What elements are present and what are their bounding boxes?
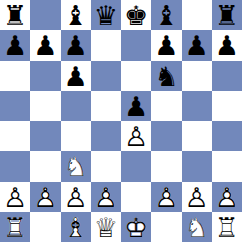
- square-d3[interactable]: [91, 151, 121, 181]
- black-piece-glyph: ♟: [61, 30, 91, 60]
- square-g6[interactable]: [182, 61, 212, 91]
- square-g2[interactable]: ♟♙: [182, 182, 212, 212]
- piece-black-king-icon[interactable]: ♚: [121, 0, 151, 30]
- square-b4[interactable]: [30, 121, 60, 151]
- piece-white-rook-icon[interactable]: ♜♖: [212, 212, 242, 242]
- square-d7[interactable]: [91, 30, 121, 60]
- black-piece-glyph: ♚: [121, 0, 151, 30]
- piece-black-bishop-icon[interactable]: ♝: [151, 0, 181, 30]
- white-piece-outline: ♙: [91, 182, 121, 212]
- white-piece-outline: ♙: [182, 182, 212, 212]
- piece-black-pawn-icon[interactable]: ♟: [30, 30, 60, 60]
- piece-white-pawn-icon[interactable]: ♟♙: [182, 182, 212, 212]
- square-g7[interactable]: ♟: [182, 30, 212, 60]
- square-a3[interactable]: [0, 151, 30, 181]
- square-c7[interactable]: ♟: [61, 30, 91, 60]
- white-piece-outline: ♙: [151, 182, 181, 212]
- square-f7[interactable]: ♟: [151, 30, 181, 60]
- piece-black-pawn-icon[interactable]: ♟: [121, 91, 151, 121]
- white-piece-outline: ♘: [182, 212, 212, 242]
- square-a4[interactable]: [0, 121, 30, 151]
- square-b1[interactable]: [30, 212, 60, 242]
- black-piece-glyph: ♜: [212, 0, 242, 30]
- square-f4[interactable]: [151, 121, 181, 151]
- square-d1[interactable]: ♛♕: [91, 212, 121, 242]
- square-d6[interactable]: [91, 61, 121, 91]
- square-c5[interactable]: [61, 91, 91, 121]
- square-a5[interactable]: [0, 91, 30, 121]
- square-a2[interactable]: ♟♙: [0, 182, 30, 212]
- white-piece-outline: ♗: [61, 212, 91, 242]
- square-a8[interactable]: ♜: [0, 0, 30, 30]
- piece-black-rook-icon[interactable]: ♜: [0, 0, 30, 30]
- white-piece-outline: ♔: [121, 212, 151, 242]
- piece-white-knight-icon[interactable]: ♞♘: [182, 212, 212, 242]
- white-piece-outline: ♕: [91, 212, 121, 242]
- square-c1[interactable]: ♝♗: [61, 212, 91, 242]
- piece-white-pawn-icon[interactable]: ♟♙: [30, 182, 60, 212]
- black-piece-glyph: ♟: [151, 30, 181, 60]
- square-c6[interactable]: ♟: [61, 61, 91, 91]
- piece-white-pawn-icon[interactable]: ♟♙: [91, 182, 121, 212]
- piece-black-knight-icon[interactable]: ♞: [151, 61, 181, 91]
- square-f8[interactable]: ♝: [151, 0, 181, 30]
- white-piece-outline: ♙: [0, 182, 30, 212]
- square-g3[interactable]: [182, 151, 212, 181]
- square-h5[interactable]: [212, 91, 242, 121]
- piece-white-pawn-icon[interactable]: ♟♙: [121, 121, 151, 151]
- square-d8[interactable]: ♛: [91, 0, 121, 30]
- white-piece-outline: ♖: [212, 212, 242, 242]
- square-f5[interactable]: [151, 91, 181, 121]
- piece-white-pawn-icon[interactable]: ♟♙: [61, 182, 91, 212]
- square-d4[interactable]: [91, 121, 121, 151]
- square-g1[interactable]: ♞♘: [182, 212, 212, 242]
- black-piece-glyph: ♝: [61, 0, 91, 30]
- black-piece-glyph: ♞: [151, 61, 181, 91]
- square-a1[interactable]: ♜♖: [0, 212, 30, 242]
- white-piece-outline: ♙: [61, 182, 91, 212]
- square-b5[interactable]: [30, 91, 60, 121]
- square-e6[interactable]: [121, 61, 151, 91]
- black-piece-glyph: ♟: [61, 61, 91, 91]
- piece-white-king-icon[interactable]: ♚♔: [121, 212, 151, 242]
- square-f6[interactable]: ♞: [151, 61, 181, 91]
- piece-white-pawn-icon[interactable]: ♟♙: [0, 182, 30, 212]
- square-d2[interactable]: ♟♙: [91, 182, 121, 212]
- square-g8[interactable]: [182, 0, 212, 30]
- piece-white-queen-icon[interactable]: ♛♕: [91, 212, 121, 242]
- square-h6[interactable]: [212, 61, 242, 91]
- black-piece-glyph: ♟: [212, 30, 242, 60]
- black-piece-glyph: ♟: [121, 91, 151, 121]
- square-a6[interactable]: [0, 61, 30, 91]
- piece-black-pawn-icon[interactable]: ♟: [151, 30, 181, 60]
- square-e7[interactable]: [121, 30, 151, 60]
- black-piece-glyph: ♟: [182, 30, 212, 60]
- square-e4[interactable]: ♟♙: [121, 121, 151, 151]
- square-e2[interactable]: [121, 182, 151, 212]
- black-piece-glyph: ♟: [30, 30, 60, 60]
- black-piece-glyph: ♝: [151, 0, 181, 30]
- square-e5[interactable]: ♟: [121, 91, 151, 121]
- square-h2[interactable]: ♟♙: [212, 182, 242, 212]
- black-piece-glyph: ♜: [0, 0, 30, 30]
- piece-black-pawn-icon[interactable]: ♟: [0, 30, 30, 60]
- square-g4[interactable]: [182, 121, 212, 151]
- square-f3[interactable]: [151, 151, 181, 181]
- square-c8[interactable]: ♝: [61, 0, 91, 30]
- piece-black-queen-icon[interactable]: ♛: [91, 0, 121, 30]
- square-b6[interactable]: [30, 61, 60, 91]
- piece-black-pawn-icon[interactable]: ♟: [61, 30, 91, 60]
- piece-white-rook-icon[interactable]: ♜♖: [0, 212, 30, 242]
- black-piece-glyph: ♟: [0, 30, 30, 60]
- piece-white-pawn-icon[interactable]: ♟♙: [151, 182, 181, 212]
- piece-black-rook-icon[interactable]: ♜: [212, 0, 242, 30]
- white-piece-outline: ♙: [30, 182, 60, 212]
- piece-white-knight-icon[interactable]: ♞♘: [61, 151, 91, 181]
- chess-board: ♜♝♛♚♝♜♟♟♟♟♟♟♟♞♟♟♙♞♘♟♙♟♙♟♙♟♙♟♙♟♙♟♙♜♖♝♗♛♕♚…: [0, 0, 242, 242]
- square-e1[interactable]: ♚♔: [121, 212, 151, 242]
- piece-black-pawn-icon[interactable]: ♟: [182, 30, 212, 60]
- piece-black-pawn-icon[interactable]: ♟: [61, 61, 91, 91]
- square-c4[interactable]: [61, 121, 91, 151]
- piece-white-bishop-icon[interactable]: ♝♗: [61, 212, 91, 242]
- square-h4[interactable]: [212, 121, 242, 151]
- square-d5[interactable]: [91, 91, 121, 121]
- piece-black-bishop-icon[interactable]: ♝: [61, 0, 91, 30]
- square-h7[interactable]: ♟: [212, 30, 242, 60]
- square-c2[interactable]: ♟♙: [61, 182, 91, 212]
- square-h3[interactable]: [212, 151, 242, 181]
- square-a7[interactable]: ♟: [0, 30, 30, 60]
- square-h8[interactable]: ♜: [212, 0, 242, 30]
- white-piece-outline: ♙: [212, 182, 242, 212]
- piece-black-pawn-icon[interactable]: ♟: [212, 30, 242, 60]
- square-g5[interactable]: [182, 91, 212, 121]
- white-piece-outline: ♙: [121, 121, 151, 151]
- black-piece-glyph: ♛: [91, 0, 121, 30]
- square-c3[interactable]: ♞♘: [61, 151, 91, 181]
- piece-white-pawn-icon[interactable]: ♟♙: [212, 182, 242, 212]
- square-b3[interactable]: [30, 151, 60, 181]
- square-e8[interactable]: ♚: [121, 0, 151, 30]
- square-e3[interactable]: [121, 151, 151, 181]
- white-piece-outline: ♘: [61, 151, 91, 181]
- square-f1[interactable]: [151, 212, 181, 242]
- square-b8[interactable]: [30, 0, 60, 30]
- square-b7[interactable]: ♟: [30, 30, 60, 60]
- square-h1[interactable]: ♜♖: [212, 212, 242, 242]
- square-b2[interactable]: ♟♙: [30, 182, 60, 212]
- white-piece-outline: ♖: [0, 212, 30, 242]
- square-f2[interactable]: ♟♙: [151, 182, 181, 212]
